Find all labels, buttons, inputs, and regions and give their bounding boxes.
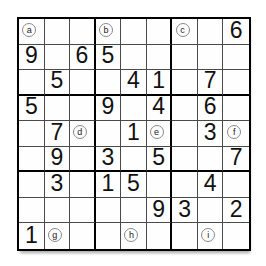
cell-r9c3[interactable] xyxy=(70,223,96,249)
circle-label-c-icon: c xyxy=(176,23,190,37)
given-digit: 9 xyxy=(50,146,63,169)
given-digit: 1 xyxy=(102,172,115,195)
given-digit: 4 xyxy=(204,172,217,195)
cell-r3c6[interactable]: 1 xyxy=(147,70,173,96)
cell-r8c6[interactable]: 9 xyxy=(147,198,173,224)
cell-r1c9[interactable]: 6 xyxy=(223,19,249,45)
cell-r2c3[interactable]: 6 xyxy=(70,45,96,71)
circle-label-f-icon: f xyxy=(227,125,241,139)
circle-label-g-icon: g xyxy=(48,228,62,242)
cell-r7c7[interactable] xyxy=(172,172,198,198)
cell-r3c1[interactable] xyxy=(19,70,45,96)
cell-r1c3[interactable] xyxy=(70,19,96,45)
cell-r5c4[interactable] xyxy=(96,121,122,147)
cell-r2c1[interactable]: 9 xyxy=(19,45,45,71)
cell-r6c6[interactable]: 5 xyxy=(147,147,173,173)
given-digit: 9 xyxy=(102,95,115,118)
given-digit: 1 xyxy=(127,121,140,144)
cell-r8c4[interactable] xyxy=(96,198,122,224)
cell-r2c4[interactable]: 5 xyxy=(96,45,122,71)
given-digit: 9 xyxy=(152,198,165,221)
cell-r2c6[interactable] xyxy=(147,45,173,71)
given-digit: 9 xyxy=(25,44,38,67)
circle-label-i-icon: i xyxy=(201,228,215,242)
cell-r5c7[interactable] xyxy=(172,121,198,147)
given-digit: 3 xyxy=(204,121,217,144)
circle-label-e-icon: e xyxy=(150,125,164,139)
given-digit: 3 xyxy=(50,172,63,195)
sudoku-board: abc6965541759467d1e3f935731549321ghi xyxy=(17,17,251,251)
given-digit: 4 xyxy=(127,69,140,92)
circle-label-h-icon: h xyxy=(124,228,138,242)
cell-r7c5[interactable]: 5 xyxy=(121,172,147,198)
cell-r6c3[interactable] xyxy=(70,147,96,173)
cell-r6c9[interactable]: 7 xyxy=(223,147,249,173)
cell-r7c3[interactable] xyxy=(70,172,96,198)
cell-r1c1[interactable]: a xyxy=(19,19,45,45)
cell-r8c2[interactable] xyxy=(45,198,71,224)
cell-r8c3[interactable] xyxy=(70,198,96,224)
cell-r1c2[interactable] xyxy=(45,19,71,45)
cell-r6c5[interactable] xyxy=(121,147,147,173)
cell-r9c7[interactable] xyxy=(172,223,198,249)
cell-r4c4[interactable]: 9 xyxy=(96,96,122,122)
cell-r3c7[interactable] xyxy=(172,70,198,96)
cell-r4c5[interactable] xyxy=(121,96,147,122)
given-digit: 1 xyxy=(25,224,38,247)
given-digit: 5 xyxy=(152,146,165,169)
cell-r5c8[interactable]: 3 xyxy=(198,121,224,147)
cell-r9c8[interactable]: i xyxy=(198,223,224,249)
given-digit: 2 xyxy=(230,198,243,221)
cell-r2c9[interactable] xyxy=(223,45,249,71)
cell-r7c4[interactable]: 1 xyxy=(96,172,122,198)
cell-r6c8[interactable] xyxy=(198,147,224,173)
circle-label-a-icon: a xyxy=(22,23,36,37)
cell-r4c6[interactable]: 4 xyxy=(147,96,173,122)
given-digit: 6 xyxy=(230,19,243,42)
given-digit: 3 xyxy=(178,198,191,221)
cell-r4c7[interactable] xyxy=(172,96,198,122)
cell-r4c3[interactable] xyxy=(70,96,96,122)
cell-r3c4[interactable] xyxy=(96,70,122,96)
cell-r7c9[interactable] xyxy=(223,172,249,198)
cell-r6c1[interactable] xyxy=(19,147,45,173)
cell-r5c3[interactable]: d xyxy=(70,121,96,147)
cell-r3c9[interactable] xyxy=(223,70,249,96)
given-digit: 3 xyxy=(102,146,115,169)
cell-r9c5[interactable]: h xyxy=(121,223,147,249)
cell-r8c5[interactable] xyxy=(121,198,147,224)
cell-r6c2[interactable]: 9 xyxy=(45,147,71,173)
given-digit: 6 xyxy=(75,44,88,67)
given-digit: 4 xyxy=(152,95,165,118)
cell-r4c8[interactable]: 6 xyxy=(198,96,224,122)
cell-r4c9[interactable] xyxy=(223,96,249,122)
given-digit: 5 xyxy=(50,69,63,92)
cell-r8c8[interactable] xyxy=(198,198,224,224)
cell-r7c1[interactable] xyxy=(19,172,45,198)
given-digit: 7 xyxy=(204,69,217,92)
circle-label-b-icon: b xyxy=(99,23,113,37)
cell-r5c2[interactable]: 7 xyxy=(45,121,71,147)
cell-r3c3[interactable] xyxy=(70,70,96,96)
cell-r4c1[interactable]: 5 xyxy=(19,96,45,122)
cell-r8c9[interactable]: 2 xyxy=(223,198,249,224)
cell-r3c8[interactable]: 7 xyxy=(198,70,224,96)
cell-r7c2[interactable]: 3 xyxy=(45,172,71,198)
cell-r9c9[interactable] xyxy=(223,223,249,249)
cell-r2c5[interactable] xyxy=(121,45,147,71)
cell-r8c7[interactable]: 3 xyxy=(172,198,198,224)
cell-r2c7[interactable] xyxy=(172,45,198,71)
cell-r9c4[interactable] xyxy=(96,223,122,249)
given-digit: 1 xyxy=(152,69,165,92)
cell-r3c5[interactable]: 4 xyxy=(121,70,147,96)
cell-r7c8[interactable]: 4 xyxy=(198,172,224,198)
given-digit: 5 xyxy=(127,172,140,195)
cell-r1c5[interactable] xyxy=(121,19,147,45)
cell-r9c6[interactable] xyxy=(147,223,173,249)
given-digit: 7 xyxy=(50,121,63,144)
cell-r9c2[interactable]: g xyxy=(45,223,71,249)
given-digit: 5 xyxy=(25,95,38,118)
cell-r5c5[interactable]: 1 xyxy=(121,121,147,147)
cell-r4c2[interactable] xyxy=(45,96,71,122)
given-digit: 5 xyxy=(102,44,115,67)
circle-label-d-icon: d xyxy=(73,125,87,139)
cell-r2c2[interactable] xyxy=(45,45,71,71)
cell-r5c1[interactable] xyxy=(19,121,45,147)
cell-r1c4[interactable]: b xyxy=(96,19,122,45)
given-digit: 6 xyxy=(204,95,217,118)
cell-r2c8[interactable] xyxy=(198,45,224,71)
cell-r6c4[interactable]: 3 xyxy=(96,147,122,173)
cell-r5c6[interactable]: e xyxy=(147,121,173,147)
cell-r1c6[interactable] xyxy=(147,19,173,45)
cell-r1c7[interactable]: c xyxy=(172,19,198,45)
cell-r5c9[interactable]: f xyxy=(223,121,249,147)
given-digit: 7 xyxy=(230,146,243,169)
cell-r3c2[interactable]: 5 xyxy=(45,70,71,96)
cell-r8c1[interactable] xyxy=(19,198,45,224)
cell-r9c1[interactable]: 1 xyxy=(19,223,45,249)
cell-r6c7[interactable] xyxy=(172,147,198,173)
cell-r7c6[interactable] xyxy=(147,172,173,198)
cell-r1c8[interactable] xyxy=(198,19,224,45)
